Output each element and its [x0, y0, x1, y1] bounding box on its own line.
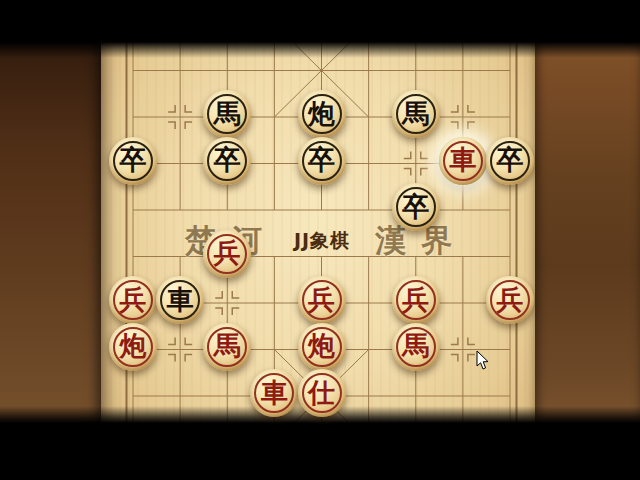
piece-black-horse[interactable]: 馬 [392, 90, 440, 138]
piece-black-cannon[interactable]: 炮 [298, 90, 346, 138]
piece-ring: 兵 [396, 280, 436, 320]
piece-black-chariot[interactable]: 車 [156, 276, 204, 324]
piece-character: 兵 [402, 286, 429, 313]
piece-ring: 馬 [396, 94, 436, 134]
piece-character: 卒 [120, 146, 147, 173]
piece-red-pawn[interactable]: 兵 [298, 276, 346, 324]
piece-ring: 炮 [113, 327, 153, 367]
piece-character: 兵 [120, 286, 147, 313]
piece-ring: 卒 [302, 141, 342, 181]
piece-character: 馬 [214, 100, 241, 127]
piece-character: 仕 [308, 379, 335, 406]
piece-character: 卒 [214, 146, 241, 173]
piece-red-cannon[interactable]: 炮 [109, 323, 157, 371]
piece-ring: 馬 [396, 327, 436, 367]
piece-character: 馬 [402, 332, 429, 359]
piece-character: 兵 [497, 286, 524, 313]
piece-ring: 炮 [302, 327, 342, 367]
piece-ring: 車 [443, 141, 483, 181]
piece-ring: 車 [254, 373, 294, 413]
piece-ring: 卒 [207, 141, 247, 181]
piece-black-pawn[interactable]: 卒 [298, 137, 346, 185]
piece-ring: 車 [160, 280, 200, 320]
piece-ring: 仕 [302, 373, 342, 413]
piece-black-horse[interactable]: 馬 [203, 90, 251, 138]
piece-character: 車 [449, 146, 476, 173]
piece-character: 兵 [308, 286, 335, 313]
letterbox-bar-bottom [0, 406, 640, 480]
piece-red-cannon[interactable]: 炮 [298, 323, 346, 371]
letterbox-bar-top [0, 0, 640, 58]
piece-character: 卒 [308, 146, 335, 173]
piece-character: 卒 [402, 193, 429, 220]
piece-ring: 炮 [302, 94, 342, 134]
piece-red-pawn[interactable]: 兵 [486, 276, 534, 324]
piece-character: 兵 [214, 239, 241, 266]
piece-ring: 馬 [207, 327, 247, 367]
mouse-cursor-icon [476, 351, 490, 371]
piece-red-horse[interactable]: 馬 [392, 323, 440, 371]
piece-character: 炮 [308, 332, 335, 359]
piece-ring: 兵 [207, 234, 247, 274]
piece-ring: 卒 [113, 141, 153, 181]
piece-red-chariot[interactable]: 車 [439, 137, 487, 185]
piece-character: 車 [261, 379, 288, 406]
piece-black-pawn[interactable]: 卒 [109, 137, 157, 185]
piece-ring: 兵 [490, 280, 530, 320]
game-screen: 楚河 JJ象棋 漢界 馬炮馬卒卒卒車卒卒兵兵車兵兵兵炮馬炮馬車仕 [0, 0, 640, 480]
piece-black-pawn[interactable]: 卒 [392, 183, 440, 231]
piece-character: 馬 [214, 332, 241, 359]
piece-ring: 卒 [396, 187, 436, 227]
piece-character: 卒 [497, 146, 524, 173]
app-watermark: JJ象棋 [294, 228, 350, 254]
piece-ring: 馬 [207, 94, 247, 134]
piece-red-pawn[interactable]: 兵 [203, 230, 251, 278]
piece-ring: 兵 [302, 280, 342, 320]
piece-ring: 卒 [490, 141, 530, 181]
piece-red-chariot[interactable]: 車 [250, 369, 298, 417]
piece-character: 車 [167, 286, 194, 313]
piece-red-pawn[interactable]: 兵 [109, 276, 157, 324]
piece-red-horse[interactable]: 馬 [203, 323, 251, 371]
piece-black-pawn[interactable]: 卒 [486, 137, 534, 185]
piece-red-advisor[interactable]: 仕 [298, 369, 346, 417]
piece-red-pawn[interactable]: 兵 [392, 276, 440, 324]
piece-character: 馬 [402, 100, 429, 127]
piece-black-pawn[interactable]: 卒 [203, 137, 251, 185]
piece-character: 炮 [120, 332, 147, 359]
piece-character: 炮 [308, 100, 335, 127]
piece-ring: 兵 [113, 280, 153, 320]
